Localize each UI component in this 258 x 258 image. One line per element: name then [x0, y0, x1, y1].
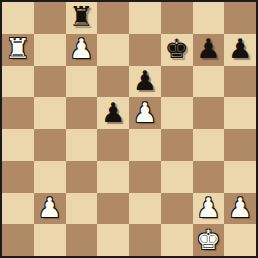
square-h6[interactable]	[224, 66, 256, 98]
square-e8[interactable]	[129, 2, 161, 34]
square-a1[interactable]	[2, 224, 34, 256]
square-f3[interactable]	[161, 161, 193, 193]
square-b4[interactable]	[34, 129, 66, 161]
square-h2[interactable]: ♟	[224, 193, 256, 225]
square-h8[interactable]	[224, 2, 256, 34]
square-a3[interactable]	[2, 161, 34, 193]
square-g2[interactable]: ♟	[193, 193, 225, 225]
piece-white-king: ♚	[196, 226, 220, 253]
square-f4[interactable]	[161, 129, 193, 161]
square-e1[interactable]	[129, 224, 161, 256]
square-h5[interactable]	[224, 97, 256, 129]
square-g4[interactable]	[193, 129, 225, 161]
piece-white-pawn: ♟	[38, 194, 62, 221]
square-d8[interactable]	[97, 2, 129, 34]
piece-white-pawn: ♟	[69, 35, 93, 62]
square-c1[interactable]	[66, 224, 98, 256]
piece-black-pawn: ♟	[228, 35, 252, 62]
square-a6[interactable]	[2, 66, 34, 98]
square-e2[interactable]	[129, 193, 161, 225]
square-d2[interactable]	[97, 193, 129, 225]
chess-board-frame: ♜♜♟♚♟♟♟♟♟♟♟♟♚	[0, 0, 258, 258]
square-e5[interactable]: ♟	[129, 97, 161, 129]
square-c5[interactable]	[66, 97, 98, 129]
piece-white-pawn: ♟	[228, 194, 252, 221]
square-e6[interactable]: ♟	[129, 66, 161, 98]
square-c8[interactable]: ♜	[66, 2, 98, 34]
square-h1[interactable]	[224, 224, 256, 256]
square-d7[interactable]	[97, 34, 129, 66]
square-h7[interactable]: ♟	[224, 34, 256, 66]
square-a4[interactable]	[2, 129, 34, 161]
square-b1[interactable]	[34, 224, 66, 256]
square-g8[interactable]	[193, 2, 225, 34]
square-d5[interactable]: ♟	[97, 97, 129, 129]
piece-white-rook: ♜	[6, 35, 30, 62]
square-b5[interactable]	[34, 97, 66, 129]
square-e4[interactable]	[129, 129, 161, 161]
piece-black-king: ♚	[165, 35, 189, 62]
square-g1[interactable]: ♚	[193, 224, 225, 256]
square-g5[interactable]	[193, 97, 225, 129]
square-d1[interactable]	[97, 224, 129, 256]
square-b3[interactable]	[34, 161, 66, 193]
square-f2[interactable]	[161, 193, 193, 225]
square-g6[interactable]	[193, 66, 225, 98]
square-d4[interactable]	[97, 129, 129, 161]
square-c2[interactable]	[66, 193, 98, 225]
square-b7[interactable]	[34, 34, 66, 66]
square-d6[interactable]	[97, 66, 129, 98]
square-f7[interactable]: ♚	[161, 34, 193, 66]
square-e3[interactable]	[129, 161, 161, 193]
piece-black-pawn: ♟	[133, 67, 157, 94]
piece-white-pawn: ♟	[133, 99, 157, 126]
square-e7[interactable]	[129, 34, 161, 66]
square-h3[interactable]	[224, 161, 256, 193]
square-a7[interactable]: ♜	[2, 34, 34, 66]
piece-white-pawn: ♟	[196, 194, 220, 221]
square-b8[interactable]	[34, 2, 66, 34]
square-g7[interactable]: ♟	[193, 34, 225, 66]
square-c6[interactable]	[66, 66, 98, 98]
square-f6[interactable]	[161, 66, 193, 98]
square-c7[interactable]: ♟	[66, 34, 98, 66]
square-d3[interactable]	[97, 161, 129, 193]
piece-black-pawn: ♟	[101, 99, 125, 126]
piece-black-rook: ♜	[69, 3, 93, 30]
square-b6[interactable]	[34, 66, 66, 98]
square-h4[interactable]	[224, 129, 256, 161]
square-a5[interactable]	[2, 97, 34, 129]
piece-black-pawn: ♟	[196, 35, 220, 62]
square-f8[interactable]	[161, 2, 193, 34]
square-f1[interactable]	[161, 224, 193, 256]
chess-board: ♜♜♟♚♟♟♟♟♟♟♟♟♚	[2, 2, 256, 256]
square-f5[interactable]	[161, 97, 193, 129]
square-g3[interactable]	[193, 161, 225, 193]
square-a8[interactable]	[2, 2, 34, 34]
square-c4[interactable]	[66, 129, 98, 161]
square-a2[interactable]	[2, 193, 34, 225]
square-c3[interactable]	[66, 161, 98, 193]
square-b2[interactable]: ♟	[34, 193, 66, 225]
